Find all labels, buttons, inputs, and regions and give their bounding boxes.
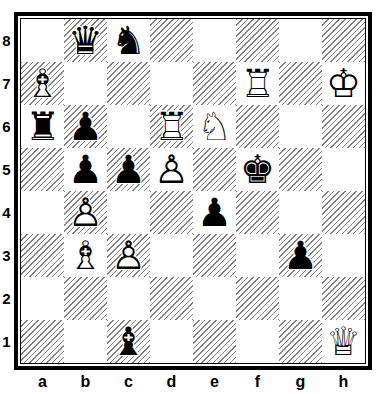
piece-outline: ♙: [154, 148, 189, 191]
piece-outline: ♗: [68, 234, 103, 277]
square-b8[interactable]: ♛: [64, 19, 107, 62]
square-a4[interactable]: [21, 191, 64, 234]
square-h1[interactable]: ♛♕: [322, 320, 365, 363]
file-label-g: g: [279, 371, 322, 392]
black-pawn-piece[interactable]: ♟: [197, 193, 232, 232]
square-c4[interactable]: [107, 191, 150, 234]
square-g8[interactable]: [279, 19, 322, 62]
square-g7[interactable]: [279, 62, 322, 105]
black-pawn-piece[interactable]: ♟: [283, 236, 318, 275]
black-knight-piece[interactable]: ♞: [111, 21, 146, 60]
square-e4[interactable]: ♟: [193, 191, 236, 234]
square-d2[interactable]: [150, 277, 193, 320]
square-c1[interactable]: ♝: [107, 320, 150, 363]
rank-label-1: 1: [0, 320, 13, 363]
square-d1[interactable]: [150, 320, 193, 363]
white-queen-piece[interactable]: ♛♕: [326, 322, 361, 361]
piece-outline: ♙: [68, 191, 103, 234]
rank-label-5: 5: [0, 148, 13, 191]
square-g5[interactable]: [279, 148, 322, 191]
square-h3[interactable]: [322, 234, 365, 277]
black-pawn-piece[interactable]: ♟: [111, 150, 146, 189]
square-a6[interactable]: ♜: [21, 105, 64, 148]
square-e7[interactable]: [193, 62, 236, 105]
square-b5[interactable]: ♟: [64, 148, 107, 191]
file-label-a: a: [21, 371, 64, 392]
rank-labels: 87654321: [0, 19, 13, 363]
square-h5[interactable]: [322, 148, 365, 191]
piece-outline: ♗: [25, 62, 60, 105]
square-e8[interactable]: [193, 19, 236, 62]
board-frame: ♛♞♝♗♜♖♚♔♜♟♜♖♞♘♟♟♟♙♚♟♙♟♝♗♟♙♟♝♛♕: [14, 12, 372, 370]
file-labels: abcdefgh: [21, 371, 365, 392]
square-c2[interactable]: [107, 277, 150, 320]
square-e2[interactable]: [193, 277, 236, 320]
square-h4[interactable]: [322, 191, 365, 234]
chess-board: ♛♞♝♗♜♖♚♔♜♟♜♖♞♘♟♟♟♙♚♟♙♟♝♗♟♙♟♝♛♕: [21, 19, 365, 363]
square-f6[interactable]: [236, 105, 279, 148]
square-d6[interactable]: ♜♖: [150, 105, 193, 148]
square-g4[interactable]: [279, 191, 322, 234]
piece-outline: ♔: [326, 62, 361, 105]
square-e5[interactable]: [193, 148, 236, 191]
white-pawn-piece[interactable]: ♟♙: [111, 236, 146, 275]
square-f8[interactable]: [236, 19, 279, 62]
square-f7[interactable]: ♜♖: [236, 62, 279, 105]
square-b1[interactable]: [64, 320, 107, 363]
square-c8[interactable]: ♞: [107, 19, 150, 62]
chess-diagram: 87654321 ♛♞♝♗♜♖♚♔♜♟♜♖♞♘♟♟♟♙♚♟♙♟♝♗♟♙♟♝♛♕ …: [0, 0, 387, 394]
square-g3[interactable]: ♟: [279, 234, 322, 277]
square-h7[interactable]: ♚♔: [322, 62, 365, 105]
piece-outline: ♖: [240, 62, 275, 105]
file-label-f: f: [236, 371, 279, 392]
square-c6[interactable]: [107, 105, 150, 148]
square-f1[interactable]: [236, 320, 279, 363]
piece-outline: ♖: [154, 105, 189, 148]
black-king-piece[interactable]: ♚: [240, 150, 275, 189]
file-label-b: b: [64, 371, 107, 392]
square-c7[interactable]: [107, 62, 150, 105]
black-pawn-piece[interactable]: ♟: [68, 107, 103, 146]
white-knight-piece[interactable]: ♞♘: [197, 107, 232, 146]
square-e1[interactable]: [193, 320, 236, 363]
black-queen-piece[interactable]: ♛: [68, 21, 103, 60]
square-d5[interactable]: ♟♙: [150, 148, 193, 191]
square-b2[interactable]: [64, 277, 107, 320]
square-g1[interactable]: [279, 320, 322, 363]
square-b7[interactable]: [64, 62, 107, 105]
square-g6[interactable]: [279, 105, 322, 148]
square-f3[interactable]: [236, 234, 279, 277]
square-d7[interactable]: [150, 62, 193, 105]
rank-label-3: 3: [0, 234, 13, 277]
white-bishop-piece[interactable]: ♝♗: [68, 236, 103, 275]
rank-label-2: 2: [0, 277, 13, 320]
square-f5[interactable]: ♚: [236, 148, 279, 191]
file-label-e: e: [193, 371, 236, 392]
file-label-d: d: [150, 371, 193, 392]
square-d8[interactable]: [150, 19, 193, 62]
square-b4[interactable]: ♟♙: [64, 191, 107, 234]
square-h2[interactable]: [322, 277, 365, 320]
piece-outline: ♘: [197, 105, 232, 148]
file-label-h: h: [322, 371, 365, 392]
square-e6[interactable]: ♞♘: [193, 105, 236, 148]
black-rook-piece[interactable]: ♜: [25, 107, 60, 146]
white-pawn-piece[interactable]: ♟♙: [154, 150, 189, 189]
file-label-c: c: [107, 371, 150, 392]
white-rook-piece[interactable]: ♜♖: [154, 107, 189, 146]
square-a3[interactable]: [21, 234, 64, 277]
square-e3[interactable]: [193, 234, 236, 277]
rank-label-7: 7: [0, 62, 13, 105]
board-frame-inner: ♛♞♝♗♜♖♚♔♜♟♜♖♞♘♟♟♟♙♚♟♙♟♝♗♟♙♟♝♛♕: [20, 18, 366, 364]
rank-label-4: 4: [0, 191, 13, 234]
square-c5[interactable]: ♟: [107, 148, 150, 191]
square-h6[interactable]: [322, 105, 365, 148]
square-d4[interactable]: [150, 191, 193, 234]
square-a8[interactable]: [21, 19, 64, 62]
square-h8[interactable]: [322, 19, 365, 62]
square-a5[interactable]: [21, 148, 64, 191]
square-f2[interactable]: [236, 277, 279, 320]
white-rook-piece[interactable]: ♜♖: [240, 64, 275, 103]
black-pawn-piece[interactable]: ♟: [68, 150, 103, 189]
square-f4[interactable]: [236, 191, 279, 234]
white-king-piece[interactable]: ♚♔: [326, 64, 361, 103]
square-g2[interactable]: [279, 277, 322, 320]
square-d3[interactable]: [150, 234, 193, 277]
piece-outline: ♙: [111, 234, 146, 277]
square-c3[interactable]: ♟♙: [107, 234, 150, 277]
square-a1[interactable]: [21, 320, 64, 363]
black-bishop-piece[interactable]: ♝: [111, 322, 146, 361]
white-bishop-piece[interactable]: ♝♗: [25, 64, 60, 103]
rank-label-6: 6: [0, 105, 13, 148]
square-b6[interactable]: ♟: [64, 105, 107, 148]
square-a7[interactable]: ♝♗: [21, 62, 64, 105]
square-b3[interactable]: ♝♗: [64, 234, 107, 277]
rank-label-8: 8: [0, 19, 13, 62]
white-pawn-piece[interactable]: ♟♙: [68, 193, 103, 232]
square-a2[interactable]: [21, 277, 64, 320]
piece-outline: ♕: [326, 320, 361, 363]
